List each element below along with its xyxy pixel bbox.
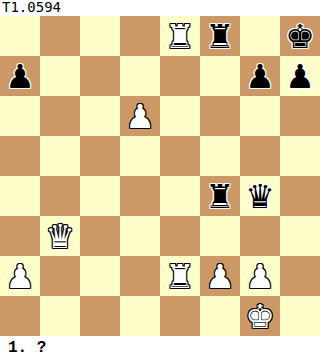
square-a7[interactable]: ♟ [0, 56, 40, 96]
square-f7[interactable] [200, 56, 240, 96]
square-e1[interactable] [160, 296, 200, 336]
square-h5[interactable] [280, 136, 320, 176]
square-b3[interactable]: ♛ [40, 216, 80, 256]
white-pawn: ♟ [200, 256, 240, 296]
square-a5[interactable] [0, 136, 40, 176]
square-c1[interactable] [80, 296, 120, 336]
black-rook: ♜ [200, 176, 240, 216]
square-c6[interactable] [80, 96, 120, 136]
square-h1[interactable] [280, 296, 320, 336]
square-d8[interactable] [120, 16, 160, 56]
square-a3[interactable] [0, 216, 40, 256]
square-a2[interactable]: ♟ [0, 256, 40, 296]
black-pawn: ♟ [240, 56, 280, 96]
square-f1[interactable] [200, 296, 240, 336]
white-rook: ♜ [160, 16, 200, 56]
square-f8[interactable]: ♜ [200, 16, 240, 56]
white-pawn: ♟ [120, 96, 160, 136]
square-h4[interactable] [280, 176, 320, 216]
square-e4[interactable] [160, 176, 200, 216]
black-king: ♚ [280, 16, 320, 56]
square-g2[interactable]: ♟ [240, 256, 280, 296]
square-c8[interactable] [80, 16, 120, 56]
square-d5[interactable] [120, 136, 160, 176]
square-b4[interactable] [40, 176, 80, 216]
square-d2[interactable] [120, 256, 160, 296]
black-queen: ♛ [240, 176, 280, 216]
black-pawn: ♟ [0, 56, 40, 96]
square-d3[interactable] [120, 216, 160, 256]
white-pawn: ♟ [240, 256, 280, 296]
white-rook: ♜ [160, 256, 200, 296]
square-c3[interactable] [80, 216, 120, 256]
title-bar: T1.0594 [0, 0, 320, 16]
square-f5[interactable] [200, 136, 240, 176]
square-g5[interactable] [240, 136, 280, 176]
square-a8[interactable] [0, 16, 40, 56]
square-g3[interactable] [240, 216, 280, 256]
square-e6[interactable] [160, 96, 200, 136]
black-pawn: ♟ [280, 56, 320, 96]
square-g6[interactable] [240, 96, 280, 136]
chess-puzzle-window: T1.0594 ♜♜♚♟♟♟♟♜♛♛♟♜♟♟♚ 1. ? [0, 0, 320, 360]
square-e8[interactable]: ♜ [160, 16, 200, 56]
square-f3[interactable] [200, 216, 240, 256]
square-a1[interactable] [0, 296, 40, 336]
square-g1[interactable]: ♚ [240, 296, 280, 336]
square-e7[interactable] [160, 56, 200, 96]
square-d4[interactable] [120, 176, 160, 216]
white-pawn: ♟ [0, 256, 40, 296]
square-d6[interactable]: ♟ [120, 96, 160, 136]
square-h7[interactable]: ♟ [280, 56, 320, 96]
square-h2[interactable] [280, 256, 320, 296]
square-e2[interactable]: ♜ [160, 256, 200, 296]
square-f6[interactable] [200, 96, 240, 136]
puzzle-id: T1.0594 [2, 0, 61, 15]
square-c7[interactable] [80, 56, 120, 96]
square-b5[interactable] [40, 136, 80, 176]
square-d7[interactable] [120, 56, 160, 96]
square-b1[interactable] [40, 296, 80, 336]
square-g4[interactable]: ♛ [240, 176, 280, 216]
square-h6[interactable] [280, 96, 320, 136]
square-e3[interactable] [160, 216, 200, 256]
square-f2[interactable]: ♟ [200, 256, 240, 296]
square-g8[interactable] [240, 16, 280, 56]
square-c5[interactable] [80, 136, 120, 176]
square-d1[interactable] [120, 296, 160, 336]
chess-board: ♜♜♚♟♟♟♟♜♛♛♟♜♟♟♚ [0, 16, 320, 336]
square-a4[interactable] [0, 176, 40, 216]
square-b7[interactable] [40, 56, 80, 96]
move-prompt: 1. ? [8, 339, 46, 357]
square-b6[interactable] [40, 96, 80, 136]
square-c4[interactable] [80, 176, 120, 216]
square-e5[interactable] [160, 136, 200, 176]
square-g7[interactable]: ♟ [240, 56, 280, 96]
square-b8[interactable] [40, 16, 80, 56]
square-b2[interactable] [40, 256, 80, 296]
square-c2[interactable] [80, 256, 120, 296]
square-h3[interactable] [280, 216, 320, 256]
square-h8[interactable]: ♚ [280, 16, 320, 56]
square-f4[interactable]: ♜ [200, 176, 240, 216]
white-king: ♚ [240, 296, 280, 336]
status-bar: 1. ? [0, 336, 320, 360]
black-rook: ♜ [200, 16, 240, 56]
square-a6[interactable] [0, 96, 40, 136]
white-queen: ♛ [40, 216, 80, 256]
